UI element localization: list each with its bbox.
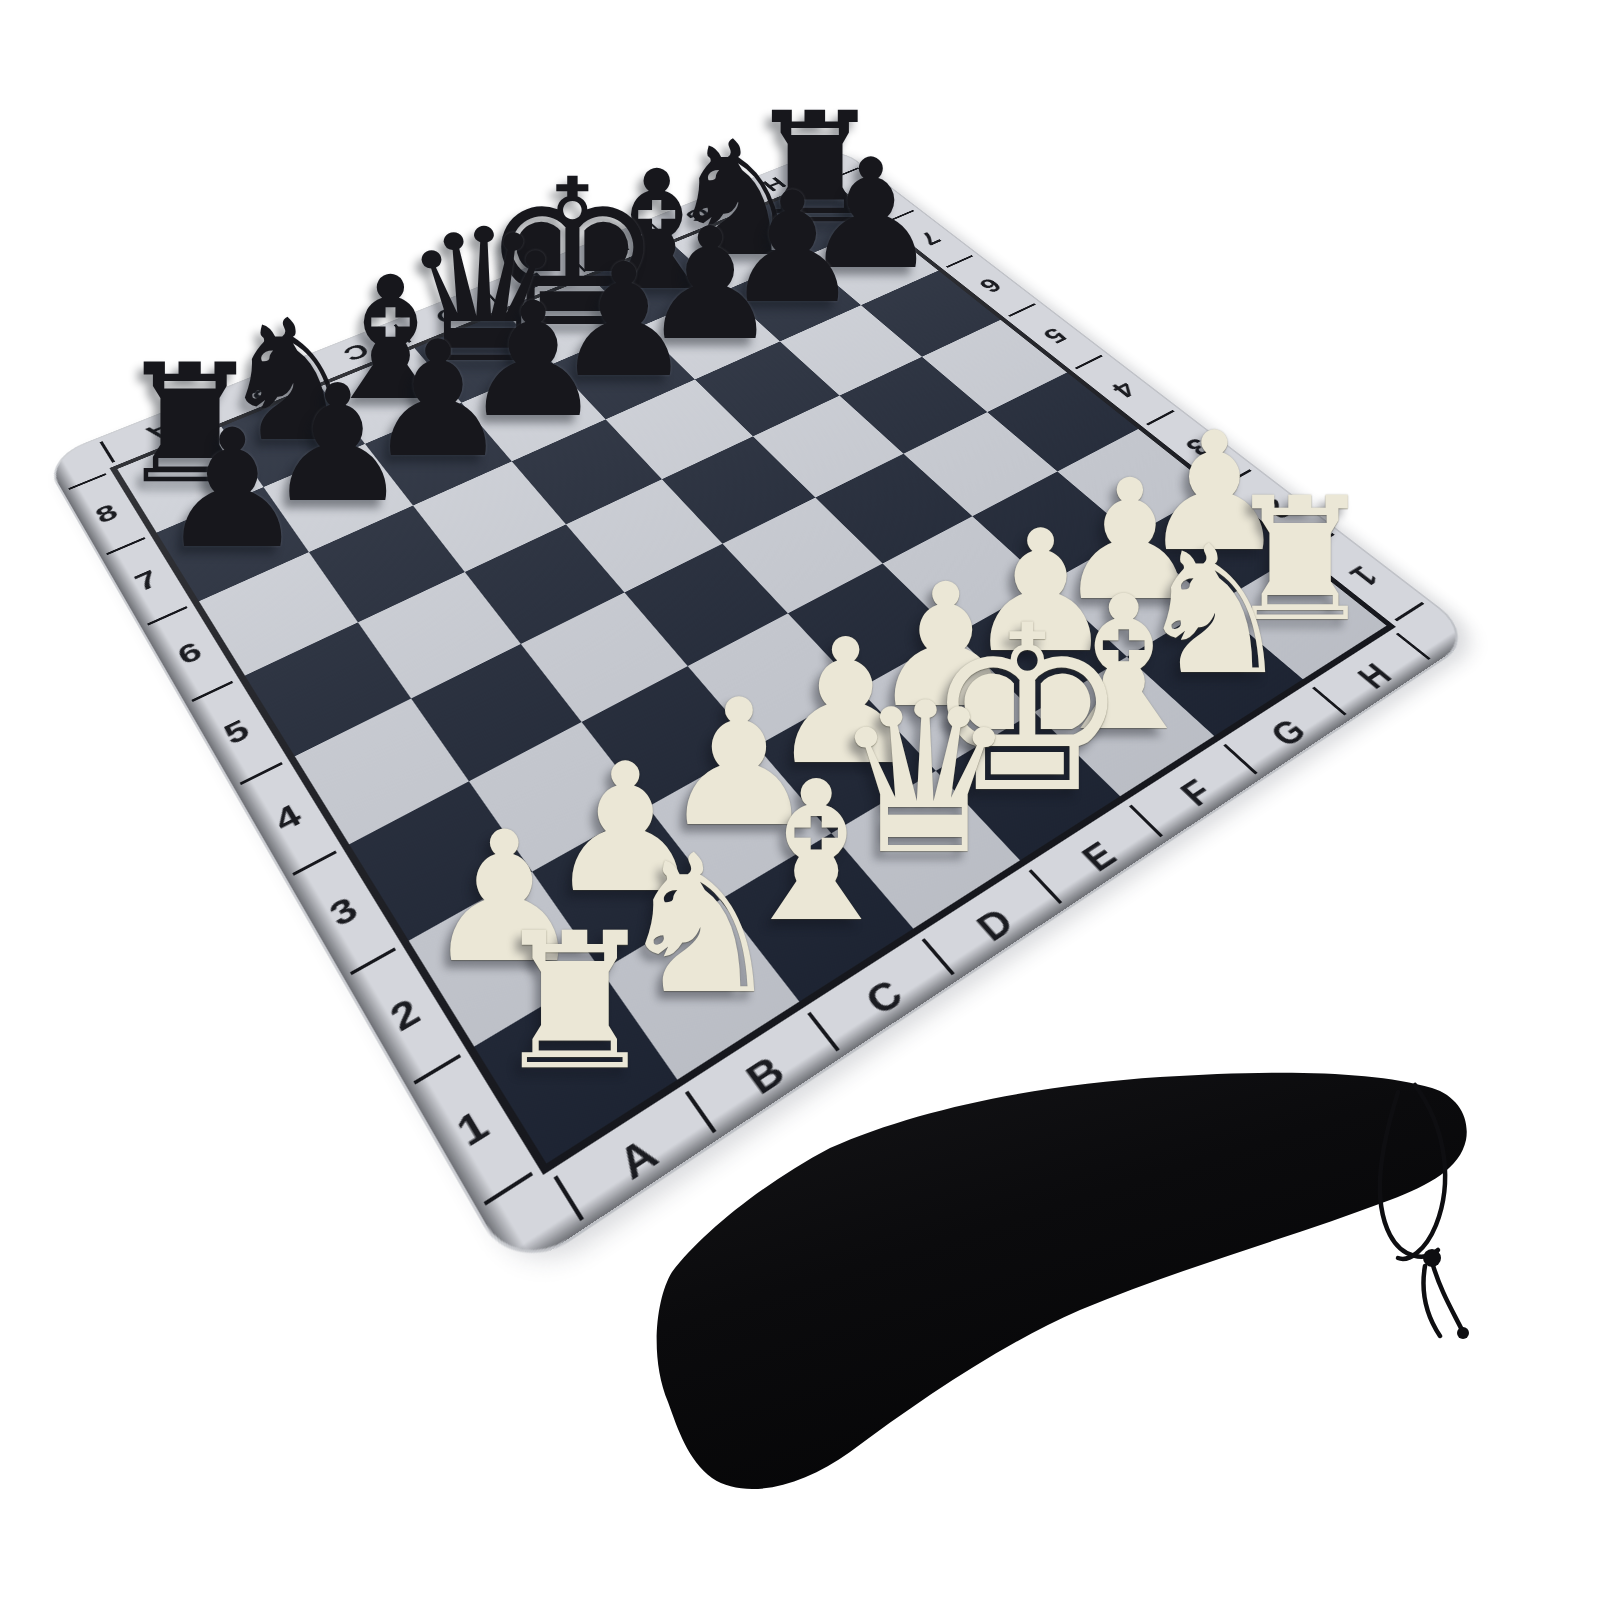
pouch-graphic [0,0,1600,1600]
product-photo-scene: AA88BB77CC66DD55EE44FF33GG22HH11 ♜♞♝♛♚♝♞… [0,0,1600,1600]
cord-tip-knot [1457,1327,1469,1339]
cord-knot [1423,1249,1441,1267]
velvet-pouch [657,1073,1467,1489]
